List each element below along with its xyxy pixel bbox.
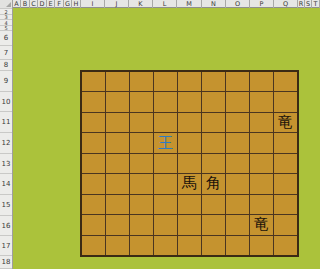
shogi-board: 竜王馬角竜 (80, 70, 299, 257)
board-square-r9c5[interactable] (178, 236, 201, 255)
column-header-K[interactable]: K (129, 0, 153, 8)
board-square-r2c6[interactable] (202, 92, 225, 111)
shogi-piece-dragon-promoted-rook: 竜 (278, 115, 293, 130)
board-square-r9c9[interactable] (274, 236, 297, 255)
column-header-M[interactable]: M (177, 0, 202, 8)
board-square-r6c5[interactable]: 馬 (178, 174, 201, 193)
board-square-r6c7[interactable] (226, 174, 249, 193)
column-header-P[interactable]: P (250, 0, 274, 8)
board-square-r9c8[interactable] (250, 236, 273, 255)
column-header-Q[interactable]: Q (274, 0, 298, 8)
board-square-r6c4[interactable] (154, 174, 177, 193)
column-header-B[interactable]: B (21, 0, 30, 8)
board-square-r2c1[interactable] (82, 92, 105, 111)
select-all-corner[interactable] (0, 0, 13, 8)
column-header-G[interactable]: G (64, 0, 72, 8)
board-square-r2c2[interactable] (106, 92, 129, 111)
column-header-F[interactable]: F (55, 0, 64, 8)
board-square-r9c4[interactable] (154, 236, 177, 255)
board-square-r8c1[interactable] (82, 215, 105, 234)
shogi-piece-dragon-promoted-rook: 竜 (254, 217, 269, 232)
spreadsheet-window: ABCDEFGHIJKLMNOPQRST 2345678910111213141… (0, 0, 320, 269)
board-square-r2c4[interactable] (154, 92, 177, 111)
board-square-r2c7[interactable] (226, 92, 249, 111)
board-square-r8c3[interactable] (130, 215, 153, 234)
board-square-r1c8[interactable] (250, 72, 273, 91)
board-square-r1c7[interactable] (226, 72, 249, 91)
board-square-r9c2[interactable] (106, 236, 129, 255)
row-header-17[interactable]: 17 (0, 236, 12, 256)
board-square-r1c9[interactable] (274, 72, 297, 91)
board-square-r5c7[interactable] (226, 154, 249, 173)
board-square-r4c6[interactable] (202, 133, 225, 152)
row-header-12[interactable]: 12 (0, 133, 12, 154)
row-header-11[interactable]: 11 (0, 112, 12, 133)
row-header-8[interactable]: 8 (0, 60, 12, 71)
board-square-r3c8[interactable] (250, 113, 273, 132)
shogi-piece-horse-promoted-bishop: 馬 (182, 176, 197, 191)
row-header-7[interactable]: 7 (0, 46, 12, 60)
board-square-r7c9[interactable] (274, 195, 297, 214)
board-square-r6c2[interactable] (106, 174, 129, 193)
column-header-I[interactable]: I (81, 0, 105, 8)
board-square-r4c3[interactable] (130, 133, 153, 152)
row-header-15[interactable]: 15 (0, 195, 12, 216)
board-square-r5c6[interactable] (202, 154, 225, 173)
column-header-H[interactable]: H (72, 0, 81, 8)
board-square-r1c6[interactable] (202, 72, 225, 91)
shogi-piece-king: 王 (158, 136, 173, 151)
column-header-R[interactable]: R (298, 0, 305, 8)
board-square-r8c5[interactable] (178, 215, 201, 234)
board-square-r8c8[interactable]: 竜 (250, 215, 273, 234)
board-square-r5c1[interactable] (82, 154, 105, 173)
board-square-r3c2[interactable] (106, 113, 129, 132)
board-square-r3c1[interactable] (82, 113, 105, 132)
board-square-r4c8[interactable] (250, 133, 273, 152)
column-header-E[interactable]: E (47, 0, 55, 8)
board-square-r1c1[interactable] (82, 72, 105, 91)
shogi-piece-bishop: 角 (206, 176, 221, 191)
row-header-9[interactable]: 9 (0, 71, 12, 92)
row-header-strip: 23456789101112131415161718 (0, 8, 13, 269)
board-square-r8c4[interactable] (154, 215, 177, 234)
board-square-r7c2[interactable] (106, 195, 129, 214)
board-square-r8c6[interactable] (202, 215, 225, 234)
row-header-14[interactable]: 14 (0, 174, 12, 195)
column-header-O[interactable]: O (226, 0, 250, 8)
board-square-r6c1[interactable] (82, 174, 105, 193)
board-square-r7c4[interactable] (154, 195, 177, 214)
row-header-6[interactable]: 6 (0, 31, 12, 46)
board-square-r3c5[interactable] (178, 113, 201, 132)
board-square-r2c9[interactable] (274, 92, 297, 111)
board-square-r9c3[interactable] (130, 236, 153, 255)
row-header-16[interactable]: 16 (0, 216, 12, 236)
board-square-r4c9[interactable] (274, 133, 297, 152)
board-square-r6c9[interactable] (274, 174, 297, 193)
board-square-r6c8[interactable] (250, 174, 273, 193)
board-square-r3c7[interactable] (226, 113, 249, 132)
column-header-J[interactable]: J (105, 0, 129, 8)
board-square-r9c7[interactable] (226, 236, 249, 255)
board-square-r9c6[interactable] (202, 236, 225, 255)
column-header-C[interactable]: C (30, 0, 38, 8)
board-square-r4c4[interactable]: 王 (154, 133, 177, 152)
select-all-triangle-icon (6, 2, 11, 7)
board-square-r3c9[interactable]: 竜 (274, 113, 297, 132)
column-header-strip: ABCDEFGHIJKLMNOPQRST (0, 0, 320, 8)
board-square-r1c5[interactable] (178, 72, 201, 91)
board-square-r5c4[interactable] (154, 154, 177, 173)
row-header-13[interactable]: 13 (0, 154, 12, 174)
board-square-r2c8[interactable] (250, 92, 273, 111)
board-square-r7c6[interactable] (202, 195, 225, 214)
board-square-r5c9[interactable] (274, 154, 297, 173)
board-square-r4c1[interactable] (82, 133, 105, 152)
board-square-r4c5[interactable] (178, 133, 201, 152)
board-square-r3c4[interactable] (154, 113, 177, 132)
column-header-A[interactable]: A (13, 0, 21, 8)
row-header-10[interactable]: 10 (0, 92, 12, 112)
board-square-r7c8[interactable] (250, 195, 273, 214)
column-header-S[interactable]: S (305, 0, 312, 8)
board-square-r6c6[interactable]: 角 (202, 174, 225, 193)
board-square-r3c6[interactable] (202, 113, 225, 132)
column-header-D[interactable]: D (38, 0, 47, 8)
board-square-r2c3[interactable] (130, 92, 153, 111)
board-square-r5c2[interactable] (106, 154, 129, 173)
row-header-18[interactable]: 18 (0, 256, 12, 269)
board-square-r1c4[interactable] (154, 72, 177, 91)
board-square-r5c8[interactable] (250, 154, 273, 173)
column-header-L[interactable]: L (153, 0, 177, 8)
board-square-r8c9[interactable] (274, 215, 297, 234)
board-square-r7c7[interactable] (226, 195, 249, 214)
board-square-r5c3[interactable] (130, 154, 153, 173)
board-square-r6c3[interactable] (130, 174, 153, 193)
column-header-N[interactable]: N (202, 0, 226, 8)
board-square-r4c7[interactable] (226, 133, 249, 152)
board-square-r7c5[interactable] (178, 195, 201, 214)
board-square-r3c3[interactable] (130, 113, 153, 132)
board-square-r1c3[interactable] (130, 72, 153, 91)
board-square-r5c5[interactable] (178, 154, 201, 173)
board-square-r8c7[interactable] (226, 215, 249, 234)
board-square-r7c1[interactable] (82, 195, 105, 214)
board-square-r8c2[interactable] (106, 215, 129, 234)
board-square-r7c3[interactable] (130, 195, 153, 214)
board-square-r4c2[interactable] (106, 133, 129, 152)
board-square-r9c1[interactable] (82, 236, 105, 255)
board-square-r2c5[interactable] (178, 92, 201, 111)
board-square-r1c2[interactable] (106, 72, 129, 91)
column-header-T[interactable]: T (312, 0, 320, 8)
